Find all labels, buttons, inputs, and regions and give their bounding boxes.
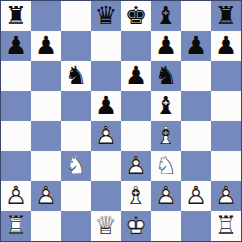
square-g7[interactable]: ♟ <box>181 31 211 61</box>
square-e2[interactable]: ♝♗ <box>121 181 151 211</box>
piece-glyph: ♛ <box>91 211 121 241</box>
piece-outline-glyph: ♘ <box>151 151 181 181</box>
square-a5[interactable] <box>1 91 31 121</box>
square-d5[interactable]: ♟ <box>91 91 121 121</box>
square-f6[interactable]: ♞ <box>151 61 181 91</box>
piece-outline-glyph: ♖ <box>1 211 31 241</box>
square-a7[interactable]: ♟ <box>1 31 31 61</box>
square-d8[interactable]: ♛ <box>91 1 121 31</box>
square-h8[interactable]: ♜ <box>211 1 241 31</box>
piece-glyph: ♟ <box>181 31 211 61</box>
square-e5[interactable] <box>121 91 151 121</box>
piece-glyph: ♚ <box>121 1 151 31</box>
piece-black-knight: ♞ <box>151 61 181 91</box>
square-b4[interactable] <box>31 121 61 151</box>
piece-white-bishop: ♝♗ <box>121 181 151 211</box>
square-c3[interactable]: ♞♘ <box>61 151 91 181</box>
piece-glyph: ♟ <box>151 181 181 211</box>
square-g6[interactable] <box>181 61 211 91</box>
square-d4[interactable]: ♟♙ <box>91 121 121 151</box>
square-a3[interactable] <box>1 151 31 181</box>
square-e4[interactable] <box>121 121 151 151</box>
piece-black-rook: ♜ <box>211 1 241 31</box>
piece-glyph: ♚ <box>121 211 151 241</box>
square-e8[interactable]: ♚ <box>121 1 151 31</box>
piece-glyph: ♝ <box>151 121 181 151</box>
piece-black-knight: ♞ <box>61 61 91 91</box>
square-b7[interactable]: ♟ <box>31 31 61 61</box>
chess-board: ♜♛♚♝♜♟♟♟♟♟♞♟♞♟♝♟♙♝♗♞♘♟♙♞♘♟♙♟♙♝♗♟♙♟♙♟♙♜♖♛… <box>0 0 242 242</box>
square-f8[interactable]: ♝ <box>151 1 181 31</box>
square-d6[interactable] <box>91 61 121 91</box>
square-c4[interactable] <box>61 121 91 151</box>
square-h2[interactable]: ♟♙ <box>211 181 241 211</box>
piece-glyph: ♟ <box>91 121 121 151</box>
piece-glyph: ♞ <box>61 151 91 181</box>
square-a8[interactable]: ♜ <box>1 1 31 31</box>
piece-glyph: ♞ <box>151 151 181 181</box>
square-f1[interactable] <box>151 211 181 241</box>
square-h3[interactable] <box>211 151 241 181</box>
piece-outline-glyph: ♙ <box>151 181 181 211</box>
piece-black-rook: ♜ <box>1 1 31 31</box>
square-d1[interactable]: ♛♕ <box>91 211 121 241</box>
piece-white-pawn: ♟♙ <box>91 121 121 151</box>
square-g3[interactable] <box>181 151 211 181</box>
piece-glyph: ♛ <box>91 1 121 31</box>
piece-white-pawn: ♟♙ <box>121 151 151 181</box>
square-g8[interactable] <box>181 1 211 31</box>
square-g5[interactable] <box>181 91 211 121</box>
piece-glyph: ♞ <box>61 61 91 91</box>
square-f2[interactable]: ♟♙ <box>151 181 181 211</box>
piece-glyph: ♜ <box>211 1 241 31</box>
piece-black-king: ♚ <box>121 1 151 31</box>
piece-glyph: ♟ <box>31 31 61 61</box>
piece-outline-glyph: ♖ <box>211 211 241 241</box>
piece-white-king: ♚♔ <box>121 211 151 241</box>
square-d2[interactable] <box>91 181 121 211</box>
square-f4[interactable]: ♝♗ <box>151 121 181 151</box>
square-e6[interactable]: ♟ <box>121 61 151 91</box>
piece-glyph: ♟ <box>91 91 121 121</box>
piece-glyph: ♟ <box>121 151 151 181</box>
chess-board-grid: ♜♛♚♝♜♟♟♟♟♟♞♟♞♟♝♟♙♝♗♞♘♟♙♞♘♟♙♟♙♝♗♟♙♟♙♟♙♜♖♛… <box>1 1 241 241</box>
piece-glyph: ♟ <box>211 181 241 211</box>
piece-black-pawn: ♟ <box>1 31 31 61</box>
piece-black-bishop: ♝ <box>151 1 181 31</box>
piece-glyph: ♟ <box>1 181 31 211</box>
piece-glyph: ♟ <box>121 61 151 91</box>
piece-white-pawn: ♟♙ <box>151 181 181 211</box>
piece-black-bishop: ♝ <box>151 91 181 121</box>
piece-white-pawn: ♟♙ <box>211 181 241 211</box>
piece-white-pawn: ♟♙ <box>31 181 61 211</box>
piece-black-pawn: ♟ <box>151 31 181 61</box>
square-g2[interactable]: ♟♙ <box>181 181 211 211</box>
piece-white-pawn: ♟♙ <box>1 181 31 211</box>
square-b3[interactable] <box>31 151 61 181</box>
piece-white-pawn: ♟♙ <box>181 181 211 211</box>
piece-black-pawn: ♟ <box>31 31 61 61</box>
piece-glyph: ♟ <box>181 181 211 211</box>
square-h7[interactable]: ♟ <box>211 31 241 61</box>
piece-outline-glyph: ♙ <box>91 121 121 151</box>
piece-glyph: ♝ <box>151 91 181 121</box>
square-h6[interactable] <box>211 61 241 91</box>
square-b5[interactable] <box>31 91 61 121</box>
piece-outline-glyph: ♙ <box>31 181 61 211</box>
piece-white-rook: ♜♖ <box>211 211 241 241</box>
square-f5[interactable]: ♝ <box>151 91 181 121</box>
square-c5[interactable] <box>61 91 91 121</box>
square-c6[interactable]: ♞ <box>61 61 91 91</box>
piece-glyph: ♜ <box>1 1 31 31</box>
square-d7[interactable] <box>91 31 121 61</box>
square-g1[interactable] <box>181 211 211 241</box>
piece-white-knight: ♞♘ <box>61 151 91 181</box>
piece-glyph: ♞ <box>151 61 181 91</box>
square-c1[interactable] <box>61 211 91 241</box>
piece-black-pawn: ♟ <box>211 31 241 61</box>
piece-outline-glyph: ♙ <box>211 181 241 211</box>
piece-black-pawn: ♟ <box>181 31 211 61</box>
square-g4[interactable] <box>181 121 211 151</box>
piece-outline-glyph: ♗ <box>151 121 181 151</box>
square-b8[interactable] <box>31 1 61 31</box>
square-b1[interactable] <box>31 211 61 241</box>
piece-black-pawn: ♟ <box>121 61 151 91</box>
piece-glyph: ♝ <box>151 1 181 31</box>
square-c2[interactable] <box>61 181 91 211</box>
square-a4[interactable] <box>1 121 31 151</box>
piece-outline-glyph: ♙ <box>1 181 31 211</box>
square-a1[interactable]: ♜♖ <box>1 211 31 241</box>
piece-glyph: ♜ <box>1 211 31 241</box>
square-f7[interactable]: ♟ <box>151 31 181 61</box>
square-a6[interactable] <box>1 61 31 91</box>
square-d3[interactable] <box>91 151 121 181</box>
piece-glyph: ♟ <box>31 181 61 211</box>
square-c7[interactable] <box>61 31 91 61</box>
piece-outline-glyph: ♘ <box>61 151 91 181</box>
square-e7[interactable] <box>121 31 151 61</box>
square-e3[interactable]: ♟♙ <box>121 151 151 181</box>
square-f3[interactable]: ♞♘ <box>151 151 181 181</box>
piece-outline-glyph: ♙ <box>181 181 211 211</box>
piece-glyph: ♟ <box>151 31 181 61</box>
piece-glyph: ♜ <box>211 211 241 241</box>
square-b6[interactable] <box>31 61 61 91</box>
piece-white-bishop: ♝♗ <box>151 121 181 151</box>
piece-outline-glyph: ♕ <box>91 211 121 241</box>
square-h5[interactable] <box>211 91 241 121</box>
piece-black-queen: ♛ <box>91 1 121 31</box>
square-b2[interactable]: ♟♙ <box>31 181 61 211</box>
piece-outline-glyph: ♗ <box>121 181 151 211</box>
piece-white-rook: ♜♖ <box>1 211 31 241</box>
piece-glyph: ♟ <box>1 31 31 61</box>
square-h4[interactable] <box>211 121 241 151</box>
piece-glyph: ♝ <box>121 181 151 211</box>
piece-white-queen: ♛♕ <box>91 211 121 241</box>
square-c8[interactable] <box>61 1 91 31</box>
piece-outline-glyph: ♙ <box>121 151 151 181</box>
square-a2[interactable]: ♟♙ <box>1 181 31 211</box>
piece-white-knight: ♞♘ <box>151 151 181 181</box>
square-h1[interactable]: ♜♖ <box>211 211 241 241</box>
piece-black-pawn: ♟ <box>91 91 121 121</box>
piece-outline-glyph: ♔ <box>121 211 151 241</box>
piece-glyph: ♟ <box>211 31 241 61</box>
square-e1[interactable]: ♚♔ <box>121 211 151 241</box>
